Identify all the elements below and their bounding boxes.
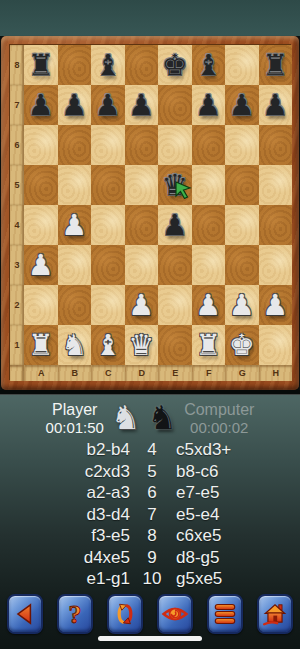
white-move-9: d4xe5 <box>0 547 130 569</box>
black-pawn: ♟ <box>128 85 154 125</box>
phone-screen: 8♜♝♚♝♜7♟♟♟♟♟♟♟65♛4♟♟3♟2♟♟♟♟1♜♞♝♛♜♚ABCDEF… <box>0 0 300 649</box>
white-rook: ♜ <box>28 325 54 365</box>
rank-label-5: 5 <box>10 165 24 205</box>
rank-label-1: 1 <box>10 325 24 365</box>
square-e1[interactable] <box>158 325 192 365</box>
home-button[interactable] <box>257 594 293 634</box>
rank-label-2: 2 <box>10 285 24 325</box>
square-c7[interactable]: ♟ <box>91 85 125 125</box>
player-clock: 00:01:50 <box>46 419 104 436</box>
black-pawn: ♟ <box>28 85 54 125</box>
square-e6[interactable] <box>158 125 192 165</box>
square-g1[interactable]: ♚ <box>225 325 259 365</box>
square-e7[interactable] <box>158 85 192 125</box>
move-number-9: 9 <box>130 547 174 569</box>
black-move-5: b8-c6 <box>174 461 300 483</box>
white-pawn: ♟ <box>28 245 54 285</box>
square-a1[interactable]: ♜ <box>24 325 58 365</box>
square-g5[interactable] <box>225 165 259 205</box>
square-g8[interactable] <box>225 45 259 85</box>
square-f4[interactable] <box>192 205 226 245</box>
square-c3[interactable] <box>91 245 125 285</box>
white-pawn: ♟ <box>128 285 154 325</box>
black-move-10: g5xe5 <box>174 568 300 590</box>
square-c2[interactable] <box>91 285 125 325</box>
white-move-5: c2xd3 <box>0 461 130 483</box>
square-d6[interactable] <box>125 125 159 165</box>
square-a3[interactable]: ♟ <box>24 245 58 285</box>
square-c4[interactable] <box>91 205 125 245</box>
status-bar <box>0 0 300 36</box>
white-knight: ♞ <box>61 325 87 365</box>
last-move-cursor-icon <box>174 181 192 203</box>
square-h4[interactable] <box>259 205 293 245</box>
move-number-8: 8 <box>130 525 174 547</box>
square-h1[interactable] <box>259 325 293 365</box>
game-info-panel: Player 00:01:50 ♞ ♞ Computer 00:00:02 b2… <box>0 394 300 649</box>
rank-label-4: 4 <box>10 205 24 245</box>
black-king: ♚ <box>162 45 188 85</box>
square-d7[interactable]: ♟ <box>125 85 159 125</box>
white-pawn: ♟ <box>229 285 255 325</box>
rank-label-3: 3 <box>10 245 24 285</box>
move-number-4: 4 <box>130 439 174 461</box>
svg-text:?: ? <box>69 601 82 627</box>
black-move-9: d8-g5 <box>174 547 300 569</box>
file-label-g: G <box>225 365 259 381</box>
square-h5[interactable] <box>259 165 293 205</box>
black-pawn: ♟ <box>95 85 121 125</box>
player-block: Player 00:01:50 <box>46 401 104 436</box>
black-move-6: e7-e5 <box>174 482 300 504</box>
square-d3[interactable] <box>125 245 159 285</box>
square-g2[interactable]: ♟ <box>225 285 259 325</box>
square-d5[interactable] <box>125 165 159 205</box>
white-move-4: b2-b4 <box>0 439 130 461</box>
rank-label-6: 6 <box>10 125 24 165</box>
square-c1[interactable]: ♝ <box>91 325 125 365</box>
white-king: ♚ <box>229 325 255 365</box>
move-number-7: 7 <box>130 504 174 526</box>
square-d2[interactable]: ♟ <box>125 285 159 325</box>
help-button[interactable]: ? <box>57 594 93 634</box>
computer-clock: 00:00:02 <box>184 419 254 436</box>
square-b7[interactable]: ♟ <box>58 85 92 125</box>
black-bishop: ♝ <box>95 45 121 85</box>
white-move-6: a2-a3 <box>0 482 130 504</box>
file-label-c: C <box>91 365 125 381</box>
square-d8[interactable] <box>125 45 159 85</box>
square-e4[interactable]: ♟ <box>158 205 192 245</box>
rank-label-8: 8 <box>10 45 24 85</box>
square-b4[interactable]: ♟ <box>58 205 92 245</box>
white-queen: ♛ <box>128 325 154 365</box>
square-b5[interactable] <box>58 165 92 205</box>
move-list: b2-b44c5xd3+c2xd35b8-c6a2-a36e7-e5d3-d47… <box>0 439 300 590</box>
toolbar: ? <box>0 594 300 634</box>
square-g3[interactable] <box>225 245 259 285</box>
square-e3[interactable] <box>158 245 192 285</box>
square-g7[interactable]: ♟ <box>225 85 259 125</box>
square-g4[interactable] <box>225 205 259 245</box>
menu-bars-icon <box>212 601 238 627</box>
black-move-4: c5xd3+ <box>174 439 300 461</box>
white-pawn: ♟ <box>61 205 87 245</box>
square-b3[interactable] <box>58 245 92 285</box>
square-h7[interactable]: ♟ <box>259 85 293 125</box>
black-move-8: c6xe5 <box>174 525 300 547</box>
black-pawn: ♟ <box>61 85 87 125</box>
black-pawn: ♟ <box>262 85 288 125</box>
file-label-b: B <box>58 365 92 381</box>
square-h2[interactable]: ♟ <box>259 285 293 325</box>
rotate-arrows-icon <box>112 601 138 627</box>
file-label-a: A <box>24 365 58 381</box>
square-f8[interactable]: ♝ <box>192 45 226 85</box>
computer-label: Computer <box>184 401 254 419</box>
file-label-h: H <box>259 365 293 381</box>
square-f1[interactable]: ♜ <box>192 325 226 365</box>
white-pawn: ♟ <box>195 285 221 325</box>
file-label-e: E <box>158 365 192 381</box>
square-a6[interactable] <box>24 125 58 165</box>
square-h8[interactable]: ♜ <box>259 45 293 85</box>
black-pawn: ♟ <box>229 85 255 125</box>
white-move-10: e1-g1 <box>0 568 130 590</box>
white-rook: ♜ <box>195 325 221 365</box>
chess-board: 8♜♝♚♝♜7♟♟♟♟♟♟♟65♛4♟♟3♟2♟♟♟♟1♜♞♝♛♜♚ABCDEF… <box>9 44 291 380</box>
computer-block: Computer 00:00:02 <box>184 401 254 436</box>
black-rook: ♜ <box>28 45 54 85</box>
black-pawn: ♟ <box>162 205 188 245</box>
white-move-8: f3-e5 <box>0 525 130 547</box>
square-g6[interactable] <box>225 125 259 165</box>
black-bishop: ♝ <box>195 45 221 85</box>
square-f7[interactable]: ♟ <box>192 85 226 125</box>
back-button[interactable] <box>7 594 43 634</box>
square-f6[interactable] <box>192 125 226 165</box>
square-c6[interactable] <box>91 125 125 165</box>
square-e2[interactable] <box>158 285 192 325</box>
clock-header: Player 00:01:50 ♞ ♞ Computer 00:00:02 <box>0 395 300 436</box>
square-d1[interactable]: ♛ <box>125 325 159 365</box>
square-c5[interactable] <box>91 165 125 205</box>
eye-icon <box>161 601 189 627</box>
square-a2[interactable] <box>24 285 58 325</box>
square-b6[interactable] <box>58 125 92 165</box>
file-label-d: D <box>125 365 159 381</box>
question-mark-icon: ? <box>62 601 88 627</box>
square-f3[interactable] <box>192 245 226 285</box>
square-d4[interactable] <box>125 205 159 245</box>
rotate-button[interactable] <box>107 594 143 634</box>
square-b1[interactable]: ♞ <box>58 325 92 365</box>
move-number-6: 6 <box>130 482 174 504</box>
square-b2[interactable] <box>58 285 92 325</box>
square-h6[interactable] <box>259 125 293 165</box>
square-e8[interactable]: ♚ <box>158 45 192 85</box>
white-move-7: d3-d4 <box>0 504 130 526</box>
square-a8[interactable]: ♜ <box>24 45 58 85</box>
move-number-10: 10 <box>130 568 174 590</box>
back-icon <box>12 601 38 627</box>
square-c8[interactable]: ♝ <box>91 45 125 85</box>
chess-board-frame: 8♜♝♚♝♜7♟♟♟♟♟♟♟65♛4♟♟3♟2♟♟♟♟1♜♞♝♛♜♚ABCDEF… <box>1 36 299 390</box>
square-b8[interactable] <box>58 45 92 85</box>
player-label: Player <box>46 401 104 419</box>
square-a7[interactable]: ♟ <box>24 85 58 125</box>
square-h3[interactable] <box>259 245 293 285</box>
square-f2[interactable]: ♟ <box>192 285 226 325</box>
square-e5[interactable]: ♛ <box>158 165 192 205</box>
white-bishop: ♝ <box>95 325 121 365</box>
black-pawn: ♟ <box>195 85 221 125</box>
rank-label-7: 7 <box>10 85 24 125</box>
home-icon <box>262 601 288 627</box>
view-button[interactable] <box>157 594 193 634</box>
square-f5[interactable] <box>192 165 226 205</box>
white-knight-icon: ♞ <box>111 400 141 436</box>
black-move-7: e5-e4 <box>174 504 300 526</box>
white-pawn: ♟ <box>262 285 288 325</box>
black-knight-icon: ♞ <box>148 400 178 436</box>
move-number-5: 5 <box>130 461 174 483</box>
home-indicator[interactable] <box>98 636 202 641</box>
file-label-f: F <box>192 365 226 381</box>
square-a5[interactable] <box>24 165 58 205</box>
square-a4[interactable] <box>24 205 58 245</box>
menu-button[interactable] <box>207 594 243 634</box>
black-rook: ♜ <box>262 45 288 85</box>
board-corner <box>10 365 24 381</box>
